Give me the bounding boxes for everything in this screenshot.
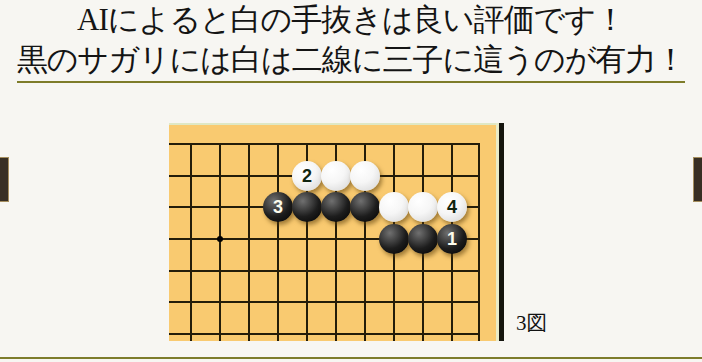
- grid-cell: [306, 270, 335, 302]
- grid-cell: [219, 143, 248, 175]
- grid-cell: [248, 301, 277, 333]
- grid-cell: [190, 333, 219, 341]
- grid-cell: [335, 333, 364, 341]
- grid-cell: [169, 238, 190, 270]
- grid-cell: [248, 333, 277, 341]
- grid-cell: [393, 301, 422, 333]
- grid-cell: [306, 238, 335, 270]
- stone-white-P18: [350, 161, 380, 191]
- grid-cell: [422, 270, 451, 302]
- board-right-edge-shadow: [499, 123, 504, 341]
- grid-cell: [451, 270, 480, 302]
- grid-cell: [190, 175, 219, 207]
- grid-cell: [393, 270, 422, 302]
- grid-cell: [306, 301, 335, 333]
- grid-cell: [451, 143, 480, 175]
- grid-cell: [364, 333, 393, 341]
- stone-white-N18: 2: [292, 161, 322, 191]
- grid-cell: [169, 301, 190, 333]
- grid-cell: [169, 175, 190, 207]
- grid-cell: [277, 270, 306, 302]
- grid-cell: [422, 333, 451, 341]
- move-number-label: 1: [447, 230, 457, 248]
- grid-cell: [248, 143, 277, 175]
- grid-cell: [364, 270, 393, 302]
- grid-cell: [169, 333, 190, 341]
- grid-cell: [190, 143, 219, 175]
- grid-cell: [248, 238, 277, 270]
- move-number-label: 4: [447, 198, 457, 216]
- grid-cell: [277, 301, 306, 333]
- grid-cell: [190, 206, 219, 238]
- star-point-K16: [217, 236, 223, 242]
- grid-cell: [277, 333, 306, 341]
- stone-black-R16: [408, 224, 438, 254]
- grid-cell: [335, 301, 364, 333]
- grid-cell: [190, 270, 219, 302]
- grid-cell: [248, 270, 277, 302]
- grid-cell: [451, 301, 480, 333]
- grid-cell: [190, 238, 219, 270]
- grid-cell: [306, 333, 335, 341]
- board-top-edge-highlight: [169, 123, 504, 125]
- grid-cell: [169, 143, 190, 175]
- grid-cell: [219, 333, 248, 341]
- stone-white-O18: [321, 161, 351, 191]
- move-number-label: 2: [302, 167, 312, 185]
- figure-label: 3図: [516, 309, 548, 337]
- left-edge-tab: [0, 157, 9, 202]
- title-line-2: 黒のサガリには白は二線に三子に這うのが有力！: [0, 40, 702, 83]
- title-line-2-underlined: 黒のサガリには白は二線に三子に這うのが有力！: [17, 40, 686, 83]
- grid-cell: [219, 238, 248, 270]
- grid-cell: [169, 270, 190, 302]
- grid-cell: [451, 333, 480, 341]
- slide-title: AIによると白の手抜きは良い評価です！ 黒のサガリには白は二線に三子に這うのが有…: [0, 0, 702, 83]
- slide-bottom-rule: [0, 357, 702, 359]
- right-edge-tab: [693, 157, 702, 202]
- grid-cell: [422, 301, 451, 333]
- grid-cell: [422, 143, 451, 175]
- grid-cell: [364, 301, 393, 333]
- grid-cell: [393, 333, 422, 341]
- grid-cell: [169, 206, 190, 238]
- grid-cell: [335, 238, 364, 270]
- grid-cell: [335, 270, 364, 302]
- grid-cell: [219, 270, 248, 302]
- grid-cell: [190, 301, 219, 333]
- go-board: 2341: [169, 123, 504, 341]
- title-line-1: AIによると白の手抜きは良い評価です！: [0, 0, 702, 40]
- grid-cell: [219, 175, 248, 207]
- grid-cell: [219, 301, 248, 333]
- grid-cell: [277, 238, 306, 270]
- stone-black-Q16: [379, 224, 409, 254]
- move-number-label: 3: [273, 198, 283, 216]
- stone-black-S16: 1: [437, 224, 467, 254]
- slide: AIによると白の手抜きは良い評価です！ 黒のサガリには白は二線に三子に這うのが有…: [0, 0, 702, 362]
- grid-cell: [219, 206, 248, 238]
- grid-cell: [393, 143, 422, 175]
